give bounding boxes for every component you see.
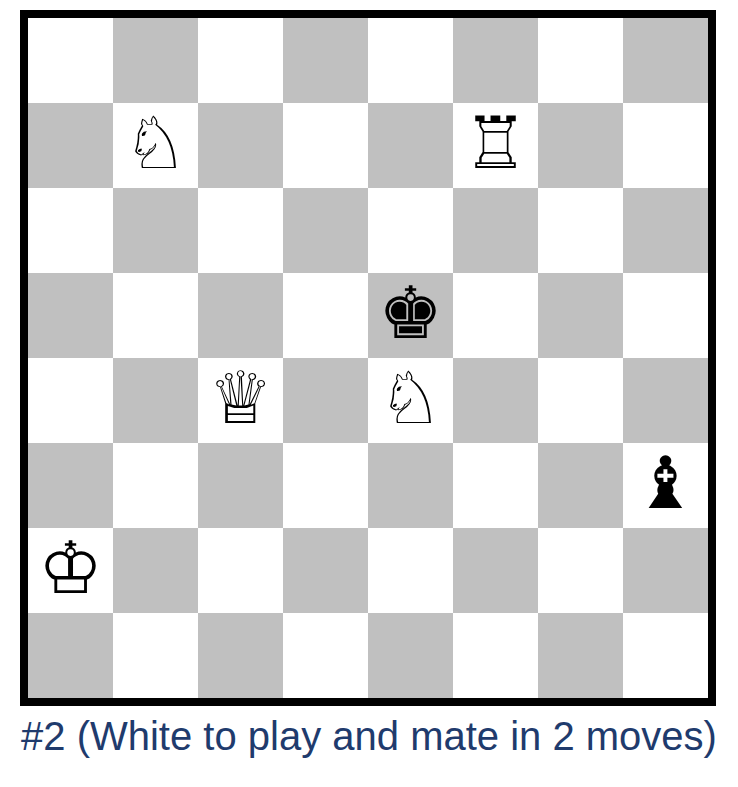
square-g5 — [538, 273, 623, 358]
chess-puzzle-page: ♘♖♚♕♘♝♔ #2 (White to play and mate in 2 … — [0, 0, 738, 787]
square-d8 — [283, 18, 368, 103]
white-rook-piece: ♖ — [463, 103, 528, 186]
square-h6 — [623, 188, 708, 273]
square-h3: ♝ — [623, 443, 708, 528]
black-bishop-piece: ♝ — [633, 443, 698, 526]
square-f5 — [453, 273, 538, 358]
square-b1 — [113, 613, 198, 698]
square-c5 — [198, 273, 283, 358]
white-knight-piece: ♘ — [123, 103, 188, 186]
square-c8 — [198, 18, 283, 103]
white-knight-piece: ♘ — [378, 358, 443, 441]
square-h1 — [623, 613, 708, 698]
square-h7 — [623, 103, 708, 188]
square-d7 — [283, 103, 368, 188]
square-f2 — [453, 528, 538, 613]
board-grid: ♘♖♚♕♘♝♔ — [28, 18, 708, 698]
chess-board: ♘♖♚♕♘♝♔ — [20, 10, 716, 706]
square-c7 — [198, 103, 283, 188]
square-b7: ♘ — [113, 103, 198, 188]
square-c3 — [198, 443, 283, 528]
square-h4 — [623, 358, 708, 443]
square-e3 — [368, 443, 453, 528]
square-e6 — [368, 188, 453, 273]
square-a7 — [28, 103, 113, 188]
square-g6 — [538, 188, 623, 273]
square-b6 — [113, 188, 198, 273]
square-g7 — [538, 103, 623, 188]
square-f4 — [453, 358, 538, 443]
square-b5 — [113, 273, 198, 358]
square-d6 — [283, 188, 368, 273]
square-e5: ♚ — [368, 273, 453, 358]
square-e4: ♘ — [368, 358, 453, 443]
square-h2 — [623, 528, 708, 613]
square-e7 — [368, 103, 453, 188]
square-a6 — [28, 188, 113, 273]
square-d4 — [283, 358, 368, 443]
square-c6 — [198, 188, 283, 273]
square-g1 — [538, 613, 623, 698]
white-king-piece: ♔ — [38, 528, 103, 611]
square-f8 — [453, 18, 538, 103]
square-d1 — [283, 613, 368, 698]
black-king-piece: ♚ — [378, 273, 443, 356]
white-queen-piece: ♕ — [208, 358, 273, 441]
square-a3 — [28, 443, 113, 528]
square-b4 — [113, 358, 198, 443]
puzzle-caption: #2 (White to play and mate in 2 moves) — [0, 706, 738, 759]
square-c1 — [198, 613, 283, 698]
square-a5 — [28, 273, 113, 358]
square-g8 — [538, 18, 623, 103]
square-f7: ♖ — [453, 103, 538, 188]
square-a2: ♔ — [28, 528, 113, 613]
square-b8 — [113, 18, 198, 103]
square-d3 — [283, 443, 368, 528]
square-c2 — [198, 528, 283, 613]
square-g2 — [538, 528, 623, 613]
square-a1 — [28, 613, 113, 698]
square-d5 — [283, 273, 368, 358]
square-b3 — [113, 443, 198, 528]
square-e2 — [368, 528, 453, 613]
square-g4 — [538, 358, 623, 443]
square-a8 — [28, 18, 113, 103]
square-d2 — [283, 528, 368, 613]
square-e8 — [368, 18, 453, 103]
square-h8 — [623, 18, 708, 103]
square-f1 — [453, 613, 538, 698]
square-h5 — [623, 273, 708, 358]
square-a4 — [28, 358, 113, 443]
square-g3 — [538, 443, 623, 528]
square-c4: ♕ — [198, 358, 283, 443]
square-e1 — [368, 613, 453, 698]
square-f3 — [453, 443, 538, 528]
square-f6 — [453, 188, 538, 273]
square-b2 — [113, 528, 198, 613]
